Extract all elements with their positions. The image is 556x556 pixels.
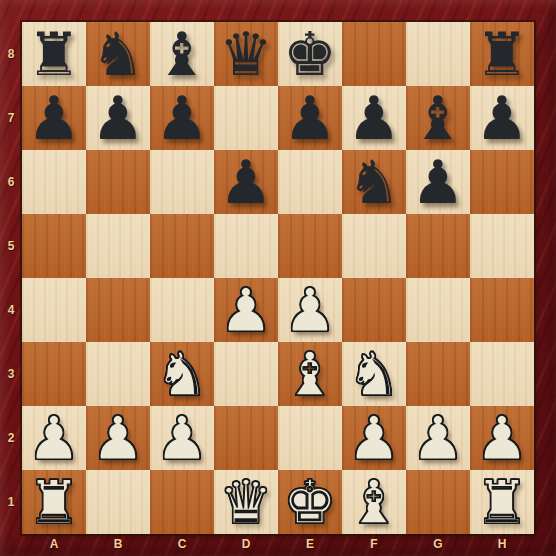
square-d2[interactable] (214, 406, 278, 470)
square-h5[interactable] (470, 214, 534, 278)
square-d8[interactable]: ♛ (214, 22, 278, 86)
square-g4[interactable] (406, 278, 470, 342)
rank-label-4: 4 (0, 278, 22, 342)
black-knight-f6[interactable]: ♞ (347, 150, 401, 214)
file-label-d: D (214, 534, 278, 556)
rank-label-2: 2 (0, 406, 22, 470)
square-f2[interactable]: ♟ (342, 406, 406, 470)
file-label-a: A (22, 534, 86, 556)
square-c3[interactable]: ♞ (150, 342, 214, 406)
square-b3[interactable] (86, 342, 150, 406)
black-queen-d8[interactable]: ♛ (219, 22, 273, 86)
square-a5[interactable] (22, 214, 86, 278)
square-e6[interactable] (278, 150, 342, 214)
rank-label-6: 6 (0, 150, 22, 214)
black-bishop-g7[interactable]: ♝ (411, 86, 465, 150)
square-d4[interactable]: ♟ (214, 278, 278, 342)
white-pawn-e4[interactable]: ♟ (283, 278, 337, 342)
white-bishop-f1[interactable]: ♝ (347, 470, 401, 534)
square-f8[interactable] (342, 22, 406, 86)
black-knight-b8[interactable]: ♞ (91, 22, 145, 86)
square-a6[interactable] (22, 150, 86, 214)
square-c4[interactable] (150, 278, 214, 342)
square-f3[interactable]: ♞ (342, 342, 406, 406)
square-b4[interactable] (86, 278, 150, 342)
rank-label-5: 5 (0, 214, 22, 278)
square-g5[interactable] (406, 214, 470, 278)
board-frame: ♜♞♝♛♚♜♟♟♟♟♟♝♟♟♞♟♟♟♞♝♞♟♟♟♟♟♟♜♛♚♝♜ 8765432… (0, 0, 556, 556)
square-d5[interactable] (214, 214, 278, 278)
square-d3[interactable] (214, 342, 278, 406)
file-label-f: F (342, 534, 406, 556)
white-pawn-b2[interactable]: ♟ (91, 406, 145, 470)
square-e5[interactable] (278, 214, 342, 278)
square-g8[interactable] (406, 22, 470, 86)
black-pawn-f7[interactable]: ♟ (347, 86, 401, 150)
file-label-e: E (278, 534, 342, 556)
white-pawn-c2[interactable]: ♟ (155, 406, 209, 470)
black-pawn-c7[interactable]: ♟ (155, 86, 209, 150)
square-e2[interactable] (278, 406, 342, 470)
black-rook-a8[interactable]: ♜ (27, 22, 81, 86)
chess-board: ♜♞♝♛♚♜♟♟♟♟♟♝♟♟♞♟♟♟♞♝♞♟♟♟♟♟♟♜♛♚♝♜ (22, 22, 534, 534)
square-a4[interactable] (22, 278, 86, 342)
black-king-e8[interactable]: ♚ (283, 22, 337, 86)
black-pawn-d6[interactable]: ♟ (219, 150, 273, 214)
square-h8[interactable]: ♜ (470, 22, 534, 86)
square-e8[interactable]: ♚ (278, 22, 342, 86)
square-h2[interactable]: ♟ (470, 406, 534, 470)
square-h4[interactable] (470, 278, 534, 342)
rank-label-8: 8 (0, 22, 22, 86)
square-f1[interactable]: ♝ (342, 470, 406, 534)
white-pawn-h2[interactable]: ♟ (475, 406, 529, 470)
file-label-h: H (470, 534, 534, 556)
file-label-b: B (86, 534, 150, 556)
square-g1[interactable] (406, 470, 470, 534)
square-d7[interactable] (214, 86, 278, 150)
black-pawn-e7[interactable]: ♟ (283, 86, 337, 150)
square-f5[interactable] (342, 214, 406, 278)
square-b1[interactable] (86, 470, 150, 534)
square-g2[interactable]: ♟ (406, 406, 470, 470)
square-a2[interactable]: ♟ (22, 406, 86, 470)
rank-label-3: 3 (0, 342, 22, 406)
square-h6[interactable] (470, 150, 534, 214)
black-pawn-a7[interactable]: ♟ (27, 86, 81, 150)
black-rook-h8[interactable]: ♜ (475, 22, 529, 86)
white-bishop-e3[interactable]: ♝ (283, 342, 337, 406)
square-c2[interactable]: ♟ (150, 406, 214, 470)
square-g7[interactable]: ♝ (406, 86, 470, 150)
square-c1[interactable] (150, 470, 214, 534)
rank-label-7: 7 (0, 86, 22, 150)
white-pawn-a2[interactable]: ♟ (27, 406, 81, 470)
square-c8[interactable]: ♝ (150, 22, 214, 86)
square-a7[interactable]: ♟ (22, 86, 86, 150)
square-a1[interactable]: ♜ (22, 470, 86, 534)
square-h7[interactable]: ♟ (470, 86, 534, 150)
white-knight-c3[interactable]: ♞ (155, 342, 209, 406)
square-d6[interactable]: ♟ (214, 150, 278, 214)
square-b2[interactable]: ♟ (86, 406, 150, 470)
square-c5[interactable] (150, 214, 214, 278)
square-d1[interactable]: ♛ (214, 470, 278, 534)
white-knight-f3[interactable]: ♞ (347, 342, 401, 406)
file-label-g: G (406, 534, 470, 556)
square-h1[interactable]: ♜ (470, 470, 534, 534)
square-b5[interactable] (86, 214, 150, 278)
white-rook-h1[interactable]: ♜ (475, 470, 529, 534)
square-f6[interactable]: ♞ (342, 150, 406, 214)
square-a3[interactable] (22, 342, 86, 406)
square-b6[interactable] (86, 150, 150, 214)
white-queen-d1[interactable]: ♛ (219, 470, 273, 534)
square-e7[interactable]: ♟ (278, 86, 342, 150)
square-c6[interactable] (150, 150, 214, 214)
square-a8[interactable]: ♜ (22, 22, 86, 86)
black-bishop-c8[interactable]: ♝ (155, 22, 209, 86)
white-rook-a1[interactable]: ♜ (27, 470, 81, 534)
black-pawn-h7[interactable]: ♟ (475, 86, 529, 150)
square-b8[interactable]: ♞ (86, 22, 150, 86)
rank-label-1: 1 (0, 470, 22, 534)
white-king-e1[interactable]: ♚ (283, 470, 337, 534)
square-e1[interactable]: ♚ (278, 470, 342, 534)
file-label-c: C (150, 534, 214, 556)
black-pawn-g6[interactable]: ♟ (411, 150, 465, 214)
square-c7[interactable]: ♟ (150, 86, 214, 150)
square-e3[interactable]: ♝ (278, 342, 342, 406)
square-g3[interactable] (406, 342, 470, 406)
square-b7[interactable]: ♟ (86, 86, 150, 150)
square-g6[interactable]: ♟ (406, 150, 470, 214)
square-h3[interactable] (470, 342, 534, 406)
white-pawn-f2[interactable]: ♟ (347, 406, 401, 470)
white-pawn-d4[interactable]: ♟ (219, 278, 273, 342)
square-f4[interactable] (342, 278, 406, 342)
black-pawn-b7[interactable]: ♟ (91, 86, 145, 150)
square-f7[interactable]: ♟ (342, 86, 406, 150)
square-e4[interactable]: ♟ (278, 278, 342, 342)
white-pawn-g2[interactable]: ♟ (411, 406, 465, 470)
